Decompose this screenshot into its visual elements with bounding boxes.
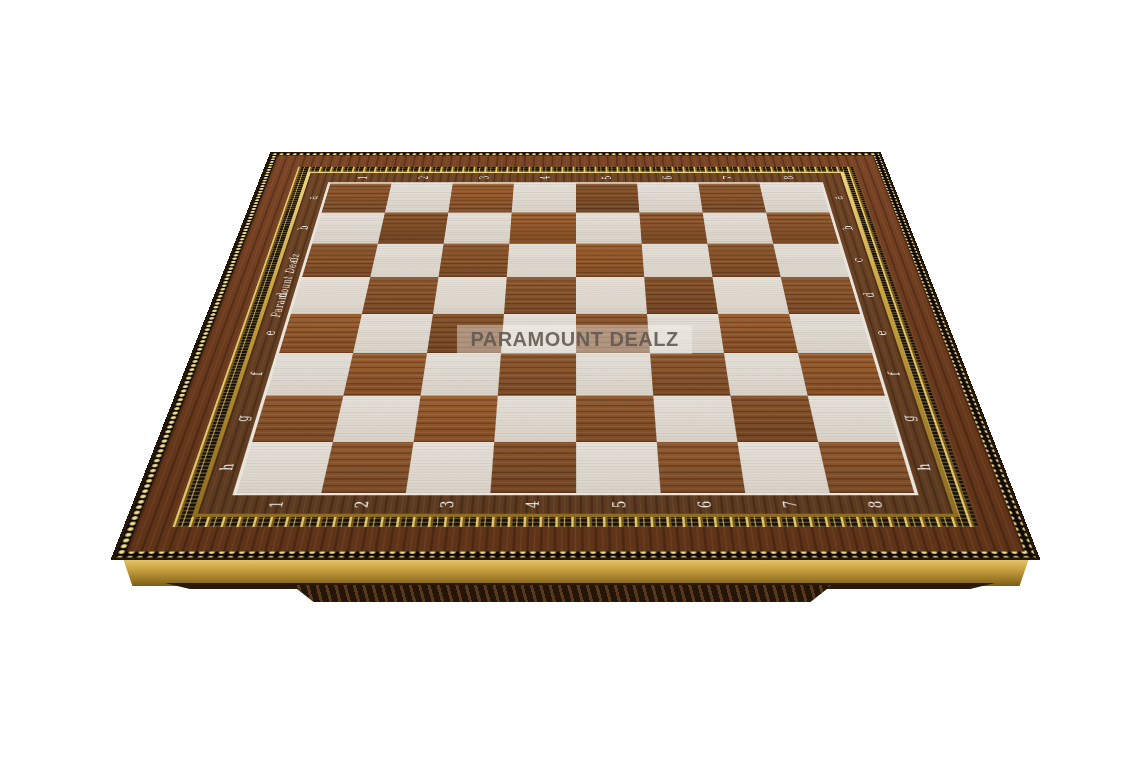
square-f5[interactable]	[576, 353, 653, 396]
coordinate-label-top-3: 3	[472, 164, 496, 192]
square-b5[interactable]	[576, 213, 642, 244]
square-f3[interactable]	[421, 353, 502, 396]
coordinate-label-left-h: h	[183, 458, 271, 475]
square-d6[interactable]	[644, 277, 718, 313]
coordinate-label-top-4: 4	[534, 164, 556, 192]
square-d3[interactable]	[433, 277, 507, 313]
coordinate-label-right-h: h	[880, 458, 968, 475]
watermark-overlay: PARAMOUNT DEALZ	[457, 325, 692, 354]
square-c5[interactable]	[576, 244, 644, 278]
coordinate-label-right-g: g	[867, 410, 951, 426]
coordinate-label-top-6: 6	[655, 164, 679, 192]
coordinate-label-bottom-3: 3	[429, 478, 464, 533]
square-c4[interactable]	[507, 244, 575, 278]
board-underside-shadow	[292, 585, 832, 602]
square-d7[interactable]	[712, 277, 789, 313]
frame-gold-beading: 12345678 12345678 abcdefgh abcdefgh Para…	[115, 153, 1036, 558]
file-labels-bottom: 12345678	[230, 495, 920, 513]
square-f4[interactable]	[498, 353, 575, 396]
watermark-text: PARAMOUNT DEALZ	[470, 328, 678, 351]
square-b7[interactable]	[702, 213, 773, 244]
product-photo: 12345678 12345678 abcdefgh abcdefgh Para…	[0, 0, 1140, 760]
frame-side-gold-edge	[112, 556, 1040, 586]
square-d2[interactable]	[362, 277, 439, 313]
square-f6[interactable]	[650, 353, 731, 396]
square-c3[interactable]	[439, 244, 510, 278]
file-labels-top: 12345678	[331, 173, 821, 182]
square-f2[interactable]	[344, 353, 428, 396]
square-g3[interactable]	[414, 395, 498, 442]
square-c6[interactable]	[641, 244, 712, 278]
square-g5[interactable]	[576, 395, 657, 442]
square-f7[interactable]	[724, 353, 808, 396]
chess-board: 12345678 12345678 abcdefgh abcdefgh Para…	[110, 152, 1040, 560]
coordinate-label-left-g: g	[200, 410, 284, 426]
square-d4[interactable]	[504, 277, 575, 313]
square-e7[interactable]	[718, 314, 798, 353]
square-e2[interactable]	[353, 314, 433, 353]
square-b3[interactable]	[444, 213, 512, 244]
coordinate-label-top-7: 7	[715, 164, 741, 192]
square-g2[interactable]	[333, 395, 421, 442]
coordinate-label-right-a: a	[806, 193, 871, 203]
square-c2[interactable]	[370, 244, 443, 278]
square-g4[interactable]	[495, 395, 576, 442]
coordinate-label-bottom-5: 5	[603, 478, 634, 533]
square-d5[interactable]	[576, 277, 647, 313]
coordinate-label-right-c: c	[823, 255, 894, 266]
square-b4[interactable]	[510, 213, 576, 244]
coordinate-label-right-f: f	[854, 367, 934, 381]
coordinate-label-right-b: b	[814, 223, 882, 234]
frame-outer-edge: 12345678 12345678 abcdefgh abcdefgh Para…	[110, 152, 1040, 560]
square-c7[interactable]	[707, 244, 780, 278]
square-b6[interactable]	[639, 213, 707, 244]
coordinate-label-right-d: d	[833, 289, 907, 301]
coordinate-label-right-e: e	[843, 326, 920, 339]
square-g6[interactable]	[653, 395, 737, 442]
square-g7[interactable]	[730, 395, 818, 442]
coordinate-label-top-5: 5	[595, 164, 617, 192]
coordinate-label-bottom-4: 4	[517, 478, 548, 533]
square-b2[interactable]	[378, 213, 449, 244]
